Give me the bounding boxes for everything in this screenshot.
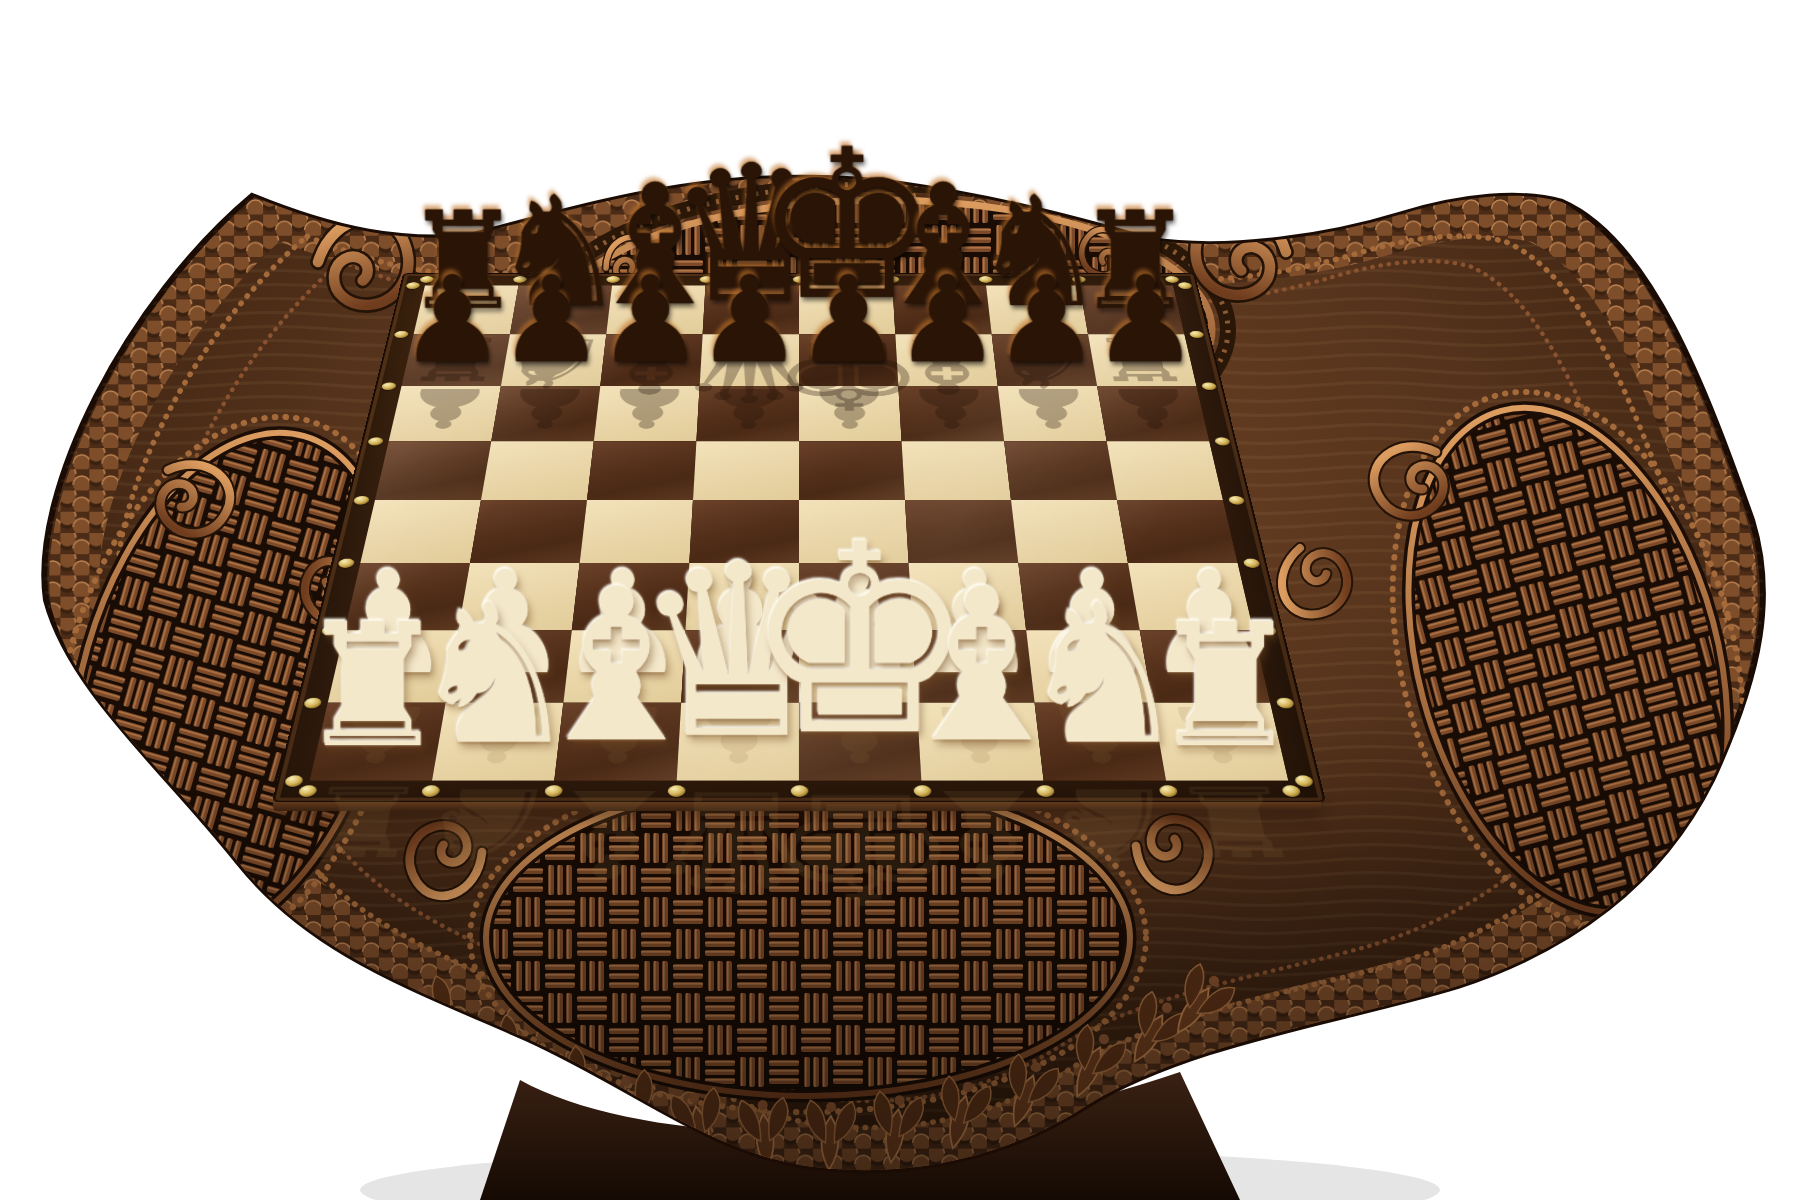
piece-black-pawn-d7[interactable]: ♟♟ bbox=[700, 334, 799, 386]
square-a5[interactable] bbox=[375, 441, 491, 500]
brass-stud bbox=[421, 785, 440, 797]
square-b6[interactable] bbox=[491, 386, 600, 441]
black-pawn-glyph: ♟ bbox=[1092, 260, 1199, 380]
square-h5[interactable] bbox=[1107, 441, 1223, 500]
brass-stud bbox=[367, 437, 383, 445]
black-pawn-glyph: ♟ bbox=[597, 260, 704, 380]
square-f6[interactable] bbox=[898, 386, 1004, 441]
piece-black-pawn-b7[interactable]: ♟♟ bbox=[501, 334, 606, 386]
piece-black-pawn-e7[interactable]: ♟♟ bbox=[799, 334, 898, 386]
black-pawn-glyph: ♟ bbox=[894, 260, 1001, 380]
board: ♜♜♞♞♝♝♛♛♚♚♝♝♞♞♜♜♟♟♟♟♟♟♟♟♟♟♟♟♟♟♟♟♟♟♟♟♟♟♟♟… bbox=[272, 273, 1326, 802]
piece-black-pawn-a7[interactable]: ♟♟ bbox=[402, 334, 510, 386]
brass-stud bbox=[298, 785, 318, 797]
brass-stud bbox=[791, 785, 808, 797]
square-g5[interactable] bbox=[1004, 441, 1117, 500]
brass-stud bbox=[1228, 496, 1245, 505]
black-pawn-glyph: ♟ bbox=[795, 260, 902, 380]
brass-stud bbox=[353, 496, 370, 505]
square-b5[interactable] bbox=[481, 441, 594, 500]
square-h6[interactable] bbox=[1097, 386, 1209, 441]
chess-table-scene: ♜♜♞♞♝♝♛♛♚♚♝♝♞♞♜♜♟♟♟♟♟♟♟♟♟♟♟♟♟♟♟♟♟♟♟♟♟♟♟♟… bbox=[0, 0, 1800, 1200]
brass-stud bbox=[1281, 785, 1301, 797]
piece-black-pawn-g7[interactable]: ♟♟ bbox=[992, 334, 1097, 386]
piece-white-knight-g1[interactable]: ♞♞ bbox=[1035, 703, 1166, 781]
square-a6[interactable] bbox=[389, 386, 501, 441]
piece-black-pawn-c7[interactable]: ♟♟ bbox=[600, 334, 702, 386]
brass-stud bbox=[381, 382, 397, 390]
black-pawn-glyph: ♟ bbox=[696, 260, 803, 380]
square-g6[interactable] bbox=[998, 386, 1107, 441]
square-c5[interactable] bbox=[587, 441, 696, 500]
brass-stud bbox=[668, 785, 686, 797]
piece-black-pawn-f7[interactable]: ♟♟ bbox=[895, 334, 997, 386]
square-d6[interactable] bbox=[696, 386, 799, 441]
black-pawn-glyph: ♟ bbox=[399, 260, 506, 380]
square-e6[interactable] bbox=[799, 386, 902, 441]
piece-white-rook-h1[interactable]: ♜♜ bbox=[1152, 703, 1288, 781]
brass-stud bbox=[1214, 437, 1230, 445]
brass-stud bbox=[914, 785, 932, 797]
black-pawn-glyph: ♟ bbox=[498, 260, 605, 380]
square-c6[interactable] bbox=[594, 386, 700, 441]
white-rook-glyph: ♜ bbox=[1149, 601, 1301, 771]
brass-stud bbox=[1294, 775, 1314, 786]
black-pawn-glyph: ♟ bbox=[993, 260, 1100, 380]
brass-stud bbox=[1201, 382, 1217, 390]
brass-stud bbox=[1036, 785, 1055, 797]
brass-stud bbox=[284, 775, 304, 786]
brass-stud bbox=[1159, 785, 1178, 797]
brass-stud bbox=[544, 785, 563, 797]
piece-black-pawn-h7[interactable]: ♟♟ bbox=[1088, 334, 1196, 386]
